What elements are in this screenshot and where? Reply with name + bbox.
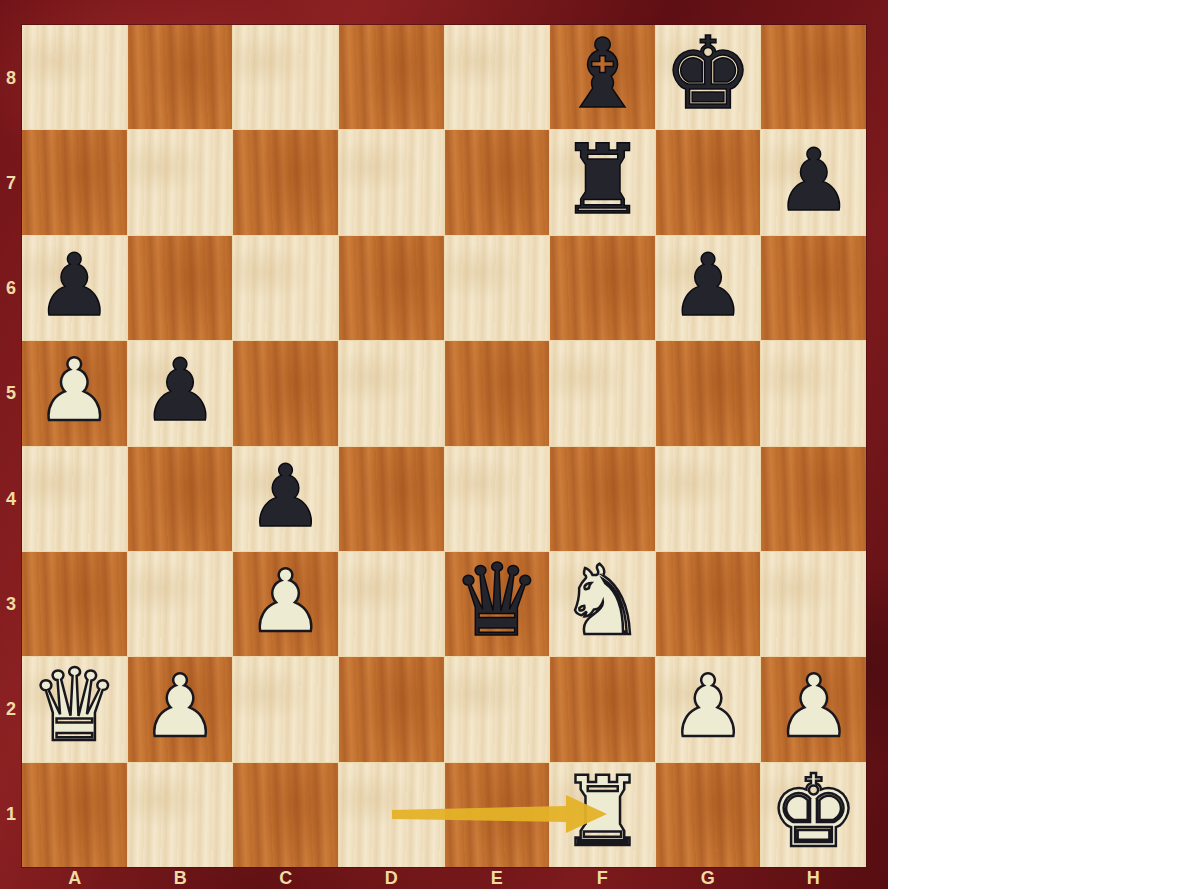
piece-white-king-h1[interactable]: ♚ [769, 762, 859, 862]
square-c5[interactable] [233, 341, 338, 445]
square-c1[interactable] [233, 763, 338, 867]
square-b1[interactable] [128, 763, 233, 867]
square-g4[interactable] [656, 447, 761, 551]
piece-black-pawn-b5[interactable]: ♟ [141, 347, 218, 433]
square-c8[interactable] [233, 25, 338, 129]
rank-labels: 87654321 [0, 25, 22, 867]
file-label-b: B [174, 868, 187, 889]
square-e7[interactable] [445, 130, 550, 234]
piece-black-king-g8[interactable]: ♚ [663, 24, 753, 124]
board-grid: ♝♚♜♟♟♟♟♟♟♟♛♞♛♟♟♟♜♚ [22, 25, 866, 867]
file-label-a: A [68, 868, 81, 889]
square-h3[interactable] [761, 552, 866, 656]
square-b8[interactable] [128, 25, 233, 129]
square-e6[interactable] [445, 236, 550, 340]
square-c7[interactable] [233, 130, 338, 234]
square-f1[interactable]: ♜ [550, 763, 655, 867]
square-b6[interactable] [128, 236, 233, 340]
square-b7[interactable] [128, 130, 233, 234]
square-d1[interactable] [339, 763, 444, 867]
square-d8[interactable] [339, 25, 444, 129]
square-f2[interactable] [550, 657, 655, 761]
square-g8[interactable]: ♚ [656, 25, 761, 129]
square-f8[interactable]: ♝ [550, 25, 655, 129]
piece-white-pawn-a5[interactable]: ♟ [36, 347, 113, 433]
piece-black-pawn-h7[interactable]: ♟ [775, 137, 852, 223]
square-g6[interactable]: ♟ [656, 236, 761, 340]
square-e4[interactable] [445, 447, 550, 551]
square-a2[interactable]: ♛ [22, 657, 127, 761]
square-c3[interactable]: ♟ [233, 552, 338, 656]
square-b4[interactable] [128, 447, 233, 551]
page: ♝♚♜♟♟♟♟♟♟♟♛♞♛♟♟♟♜♚ 87654321 ABCDEFGH [0, 0, 1200, 889]
rank-label-2: 2 [0, 699, 22, 720]
square-e8[interactable] [445, 25, 550, 129]
file-label-d: D [385, 868, 398, 889]
square-h8[interactable] [761, 25, 866, 129]
rank-label-1: 1 [0, 804, 22, 825]
square-d4[interactable] [339, 447, 444, 551]
chess-board: ♝♚♜♟♟♟♟♟♟♟♛♞♛♟♟♟♜♚ 87654321 ABCDEFGH [0, 0, 888, 889]
rank-label-5: 5 [0, 383, 22, 404]
square-a8[interactable] [22, 25, 127, 129]
square-h2[interactable]: ♟ [761, 657, 866, 761]
piece-black-pawn-c4[interactable]: ♟ [247, 453, 324, 539]
piece-black-queen-e3[interactable]: ♛ [452, 551, 542, 651]
square-c4[interactable]: ♟ [233, 447, 338, 551]
square-e3[interactable]: ♛ [445, 552, 550, 656]
square-c2[interactable] [233, 657, 338, 761]
square-a5[interactable]: ♟ [22, 341, 127, 445]
square-b3[interactable] [128, 552, 233, 656]
piece-white-pawn-g2[interactable]: ♟ [670, 663, 747, 749]
square-d7[interactable] [339, 130, 444, 234]
piece-white-pawn-b2[interactable]: ♟ [141, 663, 218, 749]
square-a4[interactable] [22, 447, 127, 551]
piece-black-pawn-a6[interactable]: ♟ [36, 242, 113, 328]
piece-black-pawn-g6[interactable]: ♟ [670, 242, 747, 328]
square-h7[interactable]: ♟ [761, 130, 866, 234]
square-g2[interactable]: ♟ [656, 657, 761, 761]
square-f3[interactable]: ♞ [550, 552, 655, 656]
piece-white-rook-f1[interactable]: ♜ [559, 764, 645, 860]
square-g7[interactable] [656, 130, 761, 234]
square-h6[interactable] [761, 236, 866, 340]
square-d3[interactable] [339, 552, 444, 656]
rank-label-3: 3 [0, 593, 22, 614]
piece-white-pawn-h2[interactable]: ♟ [775, 663, 852, 749]
piece-white-queen-a2[interactable]: ♛ [29, 656, 119, 756]
file-labels: ABCDEFGH [22, 867, 866, 889]
square-a7[interactable] [22, 130, 127, 234]
square-a6[interactable]: ♟ [22, 236, 127, 340]
piece-white-knight-f3[interactable]: ♞ [559, 553, 645, 649]
piece-white-pawn-c3[interactable]: ♟ [247, 558, 324, 644]
file-label-c: C [279, 868, 292, 889]
square-d2[interactable] [339, 657, 444, 761]
square-d5[interactable] [339, 341, 444, 445]
rank-label-4: 4 [0, 488, 22, 509]
rank-label-7: 7 [0, 172, 22, 193]
square-b2[interactable]: ♟ [128, 657, 233, 761]
square-a3[interactable] [22, 552, 127, 656]
square-g5[interactable] [656, 341, 761, 445]
square-h4[interactable] [761, 447, 866, 551]
file-label-e: E [491, 868, 503, 889]
file-label-g: G [701, 868, 715, 889]
file-label-h: H [807, 868, 820, 889]
square-a1[interactable] [22, 763, 127, 867]
rank-label-6: 6 [0, 278, 22, 299]
square-e1[interactable] [445, 763, 550, 867]
square-f6[interactable] [550, 236, 655, 340]
piece-black-bishop-f8[interactable]: ♝ [559, 26, 645, 122]
square-h5[interactable] [761, 341, 866, 445]
square-e2[interactable] [445, 657, 550, 761]
square-f4[interactable] [550, 447, 655, 551]
file-label-f: F [597, 868, 608, 889]
square-g1[interactable] [656, 763, 761, 867]
square-b5[interactable]: ♟ [128, 341, 233, 445]
rank-label-8: 8 [0, 67, 22, 88]
square-h1[interactable]: ♚ [761, 763, 866, 867]
square-d6[interactable] [339, 236, 444, 340]
square-e5[interactable] [445, 341, 550, 445]
square-c6[interactable] [233, 236, 338, 340]
square-g3[interactable] [656, 552, 761, 656]
square-f7[interactable]: ♜ [550, 130, 655, 234]
piece-black-rook-f7[interactable]: ♜ [559, 132, 645, 228]
square-f5[interactable] [550, 341, 655, 445]
